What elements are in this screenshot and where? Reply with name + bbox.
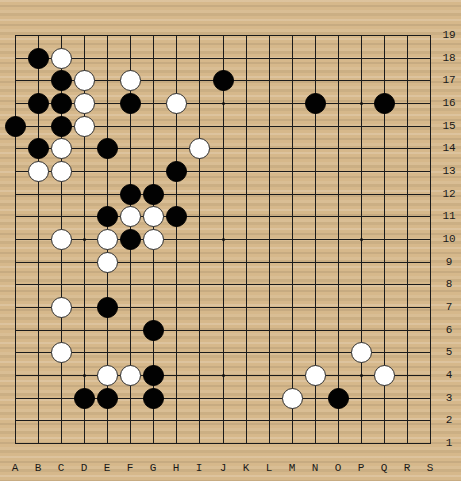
white-stone[interactable] <box>51 138 72 159</box>
white-stone[interactable] <box>51 48 72 69</box>
black-stone[interactable] <box>51 116 72 137</box>
row-label: 6 <box>437 324 461 336</box>
row-label: 7 <box>437 301 461 313</box>
row-label: 15 <box>437 120 461 132</box>
column-label: J <box>216 462 230 474</box>
black-stone[interactable] <box>5 116 26 137</box>
black-stone[interactable] <box>120 184 141 205</box>
black-stone[interactable] <box>166 161 187 182</box>
grid-line-vertical <box>338 35 339 444</box>
black-stone[interactable] <box>143 388 164 409</box>
row-label: 3 <box>437 392 461 404</box>
column-label: S <box>423 462 437 474</box>
black-stone[interactable] <box>28 48 49 69</box>
black-stone[interactable] <box>28 93 49 114</box>
star-point <box>360 102 363 105</box>
column-label: G <box>146 462 160 474</box>
black-stone[interactable] <box>143 320 164 341</box>
grid-line-horizontal <box>15 262 431 263</box>
grid-line-horizontal <box>15 330 431 331</box>
grid-line-horizontal <box>15 284 431 285</box>
grid-line-vertical <box>292 35 293 444</box>
column-label: R <box>400 462 414 474</box>
grid-line-vertical <box>407 35 408 444</box>
black-stone[interactable] <box>143 184 164 205</box>
black-stone[interactable] <box>28 138 49 159</box>
white-stone[interactable] <box>120 365 141 386</box>
column-label: M <box>285 462 299 474</box>
row-label: 18 <box>437 52 461 64</box>
column-label: H <box>169 462 183 474</box>
column-label: I <box>192 462 206 474</box>
row-label: 9 <box>437 256 461 268</box>
row-label: 12 <box>437 188 461 200</box>
row-label: 11 <box>437 210 461 222</box>
column-label: C <box>54 462 68 474</box>
star-point <box>360 374 363 377</box>
white-stone[interactable] <box>120 70 141 91</box>
column-label: P <box>354 462 368 474</box>
row-label: 5 <box>437 346 461 358</box>
white-stone[interactable] <box>166 93 187 114</box>
column-label: K <box>239 462 253 474</box>
white-stone[interactable] <box>97 229 118 250</box>
star-point <box>222 102 225 105</box>
white-stone[interactable] <box>374 365 395 386</box>
grid-line-vertical <box>430 35 431 444</box>
black-stone[interactable] <box>97 297 118 318</box>
column-label: L <box>262 462 276 474</box>
row-label: 1 <box>437 437 461 449</box>
column-label: D <box>77 462 91 474</box>
column-label: E <box>100 462 114 474</box>
white-stone[interactable] <box>74 70 95 91</box>
row-label: 17 <box>437 74 461 86</box>
column-label: A <box>8 462 22 474</box>
row-label: 13 <box>437 165 461 177</box>
go-board[interactable] <box>0 0 461 481</box>
row-label: 19 <box>437 29 461 41</box>
black-stone[interactable] <box>166 206 187 227</box>
white-stone[interactable] <box>282 388 303 409</box>
white-stone[interactable] <box>189 138 210 159</box>
column-label: F <box>123 462 137 474</box>
star-point <box>222 374 225 377</box>
black-stone[interactable] <box>97 206 118 227</box>
row-label: 8 <box>437 278 461 290</box>
row-label: 2 <box>437 414 461 426</box>
white-stone[interactable] <box>305 365 326 386</box>
white-stone[interactable] <box>120 206 141 227</box>
black-stone[interactable] <box>97 388 118 409</box>
white-stone[interactable] <box>74 93 95 114</box>
column-label: N <box>308 462 322 474</box>
row-label: 16 <box>437 97 461 109</box>
white-stone[interactable] <box>28 161 49 182</box>
black-stone[interactable] <box>51 70 72 91</box>
go-board-screenshot: ABCDEFGHIJKLMNOPQRS 19181716151413121110… <box>0 0 461 481</box>
grid-line-horizontal <box>15 307 431 308</box>
black-stone[interactable] <box>143 365 164 386</box>
white-stone[interactable] <box>143 229 164 250</box>
row-label: 14 <box>437 142 461 154</box>
white-stone[interactable] <box>51 229 72 250</box>
star-point <box>360 238 363 241</box>
black-stone[interactable] <box>74 388 95 409</box>
black-stone[interactable] <box>97 138 118 159</box>
grid-line-horizontal <box>15 443 431 444</box>
grid-line-vertical <box>269 35 270 444</box>
column-label: O <box>331 462 345 474</box>
black-stone[interactable] <box>328 388 349 409</box>
row-label: 10 <box>437 233 461 245</box>
black-stone[interactable] <box>120 229 141 250</box>
white-stone[interactable] <box>51 297 72 318</box>
column-label: B <box>31 462 45 474</box>
white-stone[interactable] <box>97 365 118 386</box>
white-stone[interactable] <box>97 252 118 273</box>
black-stone[interactable] <box>120 93 141 114</box>
white-stone[interactable] <box>51 161 72 182</box>
black-stone[interactable] <box>213 70 234 91</box>
white-stone[interactable] <box>351 342 372 363</box>
star-point <box>222 238 225 241</box>
black-stone[interactable] <box>374 93 395 114</box>
white-stone[interactable] <box>143 206 164 227</box>
black-stone[interactable] <box>305 93 326 114</box>
black-stone[interactable] <box>51 93 72 114</box>
star-point <box>83 374 86 377</box>
star-point <box>83 238 86 241</box>
white-stone[interactable] <box>74 116 95 137</box>
column-label: Q <box>377 462 391 474</box>
grid-line-horizontal <box>15 420 431 421</box>
white-stone[interactable] <box>51 342 72 363</box>
row-label: 4 <box>437 369 461 381</box>
grid-line-vertical <box>246 35 247 444</box>
